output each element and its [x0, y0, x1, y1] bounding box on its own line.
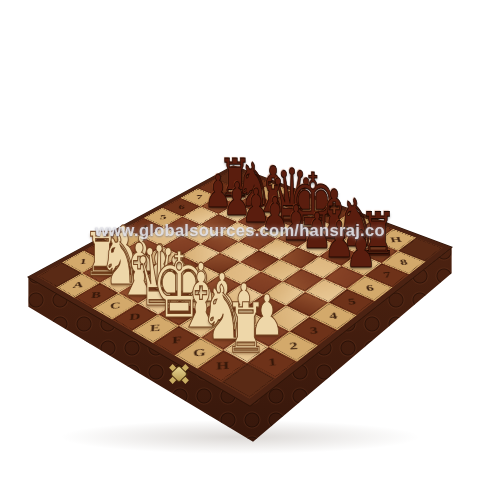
file-label-text: B [91, 290, 102, 300]
rank-label-text: 8 [398, 258, 408, 267]
file-label-text: D [129, 311, 141, 322]
file-label-text: H [216, 359, 229, 372]
file-label-text: B [267, 189, 276, 196]
chess-set-photo: ABCDEFGH8877665544332211ABCDEFGH ♜♞♝♛♚♝♞… [0, 0, 480, 480]
file-label-text: A [248, 182, 257, 189]
rank-label-text: 5 [160, 213, 167, 221]
rank-label-text: 5 [347, 297, 357, 308]
rank-label-text: 4 [328, 311, 338, 322]
file-label-text: A [72, 280, 84, 290]
rank-label-text: 8 [213, 184, 219, 191]
rank-label-text: 3 [309, 325, 319, 336]
rank-label-text: 6 [365, 283, 375, 293]
file-label-text: E [150, 323, 161, 334]
rank-label-text: 1 [79, 257, 88, 266]
chess-board: ABCDEFGH8877665544332211ABCDEFGH [28, 166, 451, 406]
file-label-text: F [172, 334, 182, 346]
file-label-text: C [109, 301, 121, 312]
file-label-text: C [285, 196, 295, 204]
file-label-text: G [193, 347, 206, 359]
file-label-text: E [325, 211, 335, 219]
watermark-text: www.globalsources.com/hansraj.co [0, 221, 480, 240]
rank-label-text: 7 [382, 270, 392, 280]
rank-label-text: 2 [100, 246, 108, 255]
rank-label-text: 2 [288, 340, 298, 352]
rank-label-text: 7 [196, 194, 202, 201]
board-tilt-wrapper: ABCDEFGH8877665544332211ABCDEFGH [0, 0, 480, 480]
rank-label-text: 1 [267, 356, 276, 369]
rank-label-text: 6 [178, 203, 185, 211]
file-label-text: D [305, 203, 316, 211]
